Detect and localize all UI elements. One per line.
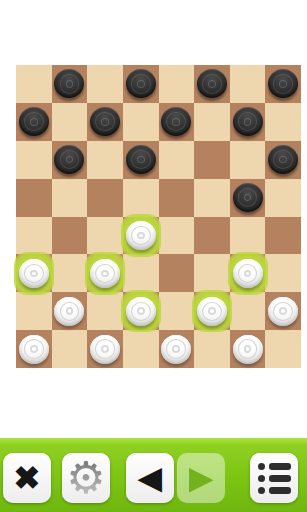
square-r3c1[interactable] (52, 179, 88, 217)
white-piece[interactable] (19, 259, 49, 288)
redo-button-disabled[interactable]: ▶ (177, 453, 225, 503)
square-r1c0[interactable] (16, 103, 52, 141)
undo-button[interactable]: ◀ (126, 453, 174, 503)
square-r0c3[interactable] (123, 65, 159, 103)
square-r1c7[interactable] (265, 103, 301, 141)
black-piece[interactable] (54, 69, 84, 98)
square-r7c1[interactable] (52, 330, 88, 368)
square-r5c1[interactable] (52, 254, 88, 292)
white-piece[interactable] (233, 335, 263, 364)
square-r6c4[interactable] (159, 292, 195, 330)
square-r2c6[interactable] (230, 141, 266, 179)
black-piece[interactable] (233, 107, 263, 136)
black-piece[interactable] (126, 145, 156, 174)
square-r7c4[interactable] (159, 330, 195, 368)
square-r6c1[interactable] (52, 292, 88, 330)
square-r3c7[interactable] (265, 179, 301, 217)
square-r2c3[interactable] (123, 141, 159, 179)
white-piece[interactable] (90, 335, 120, 364)
white-piece[interactable] (126, 221, 156, 250)
square-r6c0[interactable] (16, 292, 52, 330)
bottom-toolbar: ✖ ⚙ ◀ ▶ (0, 438, 307, 512)
square-r5c5[interactable] (194, 254, 230, 292)
square-r4c7[interactable] (265, 217, 301, 255)
square-r1c2[interactable] (87, 103, 123, 141)
white-piece[interactable] (90, 259, 120, 288)
square-r2c5[interactable] (194, 141, 230, 179)
white-piece[interactable] (197, 297, 227, 326)
square-r0c1[interactable] (52, 65, 88, 103)
square-r6c6[interactable] (230, 292, 266, 330)
black-piece[interactable] (233, 183, 263, 212)
checkers-board (16, 65, 301, 368)
white-piece[interactable] (54, 297, 84, 326)
black-piece[interactable] (161, 107, 191, 136)
square-r0c0[interactable] (16, 65, 52, 103)
square-r4c2[interactable] (87, 217, 123, 255)
square-r3c0[interactable] (16, 179, 52, 217)
list-icon (258, 463, 291, 470)
square-r7c0[interactable] (16, 330, 52, 368)
square-r5c7[interactable] (265, 254, 301, 292)
black-piece[interactable] (268, 145, 298, 174)
square-r3c4[interactable] (159, 179, 195, 217)
close-icon: ✖ (14, 462, 41, 494)
square-r1c3[interactable] (123, 103, 159, 141)
square-r7c3[interactable] (123, 330, 159, 368)
square-r6c7[interactable] (265, 292, 301, 330)
white-piece[interactable] (233, 259, 263, 288)
square-r6c3[interactable] (123, 292, 159, 330)
square-r7c7[interactable] (265, 330, 301, 368)
square-r0c7[interactable] (265, 65, 301, 103)
white-piece[interactable] (126, 297, 156, 326)
back-arrow-icon: ◀ (138, 463, 161, 493)
white-piece[interactable] (19, 335, 49, 364)
square-r4c0[interactable] (16, 217, 52, 255)
black-piece[interactable] (268, 69, 298, 98)
list-icon (258, 487, 291, 494)
forward-arrow-icon: ▶ (189, 463, 212, 493)
gear-icon: ⚙ (66, 456, 105, 500)
black-piece[interactable] (90, 107, 120, 136)
square-r0c4[interactable] (159, 65, 195, 103)
black-piece[interactable] (19, 107, 49, 136)
square-r4c6[interactable] (230, 217, 266, 255)
square-r5c4[interactable] (159, 254, 195, 292)
white-piece[interactable] (268, 297, 298, 326)
square-r5c6[interactable] (230, 254, 266, 292)
square-r2c7[interactable] (265, 141, 301, 179)
square-r5c2[interactable] (87, 254, 123, 292)
square-r2c4[interactable] (159, 141, 195, 179)
square-r0c2[interactable] (87, 65, 123, 103)
square-r2c0[interactable] (16, 141, 52, 179)
menu-button[interactable] (250, 453, 298, 503)
list-icon (258, 475, 291, 482)
square-r2c2[interactable] (87, 141, 123, 179)
square-r5c0[interactable] (16, 254, 52, 292)
square-r1c1[interactable] (52, 103, 88, 141)
black-piece[interactable] (197, 69, 227, 98)
white-piece[interactable] (161, 335, 191, 364)
square-r7c6[interactable] (230, 330, 266, 368)
close-button[interactable]: ✖ (3, 453, 51, 503)
black-piece[interactable] (126, 69, 156, 98)
square-r3c3[interactable] (123, 179, 159, 217)
black-piece[interactable] (54, 145, 84, 174)
square-r4c4[interactable] (159, 217, 195, 255)
square-r1c6[interactable] (230, 103, 266, 141)
square-r1c4[interactable] (159, 103, 195, 141)
square-r3c5[interactable] (194, 179, 230, 217)
square-r3c6[interactable] (230, 179, 266, 217)
square-r6c5[interactable] (194, 292, 230, 330)
square-r4c5[interactable] (194, 217, 230, 255)
square-r2c1[interactable] (52, 141, 88, 179)
square-r1c5[interactable] (194, 103, 230, 141)
square-r6c2[interactable] (87, 292, 123, 330)
square-r7c5[interactable] (194, 330, 230, 368)
settings-button[interactable]: ⚙ (62, 453, 110, 503)
square-r5c3[interactable] (123, 254, 159, 292)
square-r4c3[interactable] (123, 217, 159, 255)
square-r0c5[interactable] (194, 65, 230, 103)
square-r7c2[interactable] (87, 330, 123, 368)
square-r0c6[interactable] (230, 65, 266, 103)
square-r3c2[interactable] (87, 179, 123, 217)
square-r4c1[interactable] (52, 217, 88, 255)
